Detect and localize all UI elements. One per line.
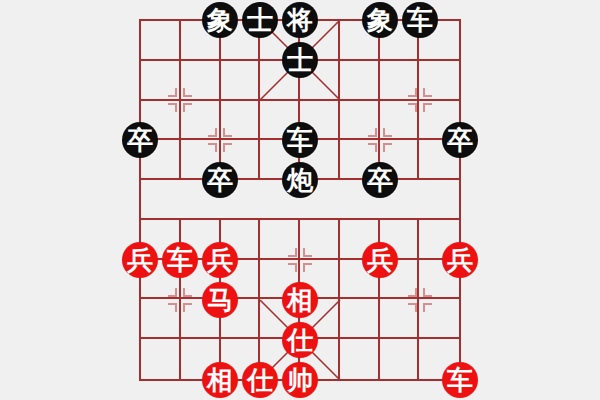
black-soldier-piece[interactable]: 卒: [202, 162, 238, 198]
piece-glyph: 将: [287, 7, 313, 33]
red-soldier-piece[interactable]: 兵: [122, 242, 158, 278]
piece-glyph: 车: [167, 247, 193, 273]
black-chariot-piece[interactable]: 车: [402, 2, 438, 38]
piece-glyph: 卒: [367, 167, 393, 193]
piece-glyph: 车: [287, 127, 313, 153]
red-chariot-piece[interactable]: 车: [442, 362, 478, 398]
piece-glyph: 马: [207, 287, 233, 313]
black-chariot-piece[interactable]: 车: [282, 122, 318, 158]
red-advisor-piece[interactable]: 仕: [282, 322, 318, 358]
piece-glyph: 车: [447, 367, 473, 393]
red-elephant-piece[interactable]: 相: [282, 282, 318, 318]
red-horse-piece[interactable]: 马: [202, 282, 238, 318]
black-soldier-piece[interactable]: 卒: [122, 122, 158, 158]
red-elephant-piece[interactable]: 相: [202, 362, 238, 398]
piece-glyph: 兵: [367, 247, 393, 273]
piece-glyph: 仕: [287, 327, 313, 353]
black-soldier-piece[interactable]: 卒: [442, 122, 478, 158]
pieces-layer: 象士将象车士卒车卒卒炮卒兵车兵兵兵马相仕相仕帅车: [140, 20, 460, 380]
black-advisor-piece[interactable]: 士: [242, 2, 278, 38]
piece-glyph: 兵: [207, 247, 233, 273]
black-elephant-piece[interactable]: 象: [362, 2, 398, 38]
piece-glyph: 兵: [127, 247, 153, 273]
piece-glyph: 卒: [127, 127, 153, 153]
xiangqi-screenshot: 象士将象车士卒车卒卒炮卒兵车兵兵兵马相仕相仕帅车: [0, 0, 600, 400]
black-elephant-piece[interactable]: 象: [202, 2, 238, 38]
piece-glyph: 相: [287, 287, 313, 313]
black-general-piece[interactable]: 将: [282, 2, 318, 38]
black-advisor-piece[interactable]: 士: [282, 42, 318, 78]
red-soldier-piece[interactable]: 兵: [442, 242, 478, 278]
black-soldier-piece[interactable]: 卒: [362, 162, 398, 198]
piece-glyph: 兵: [447, 247, 473, 273]
piece-glyph: 相: [207, 367, 233, 393]
piece-glyph: 象: [207, 7, 233, 33]
piece-glyph: 帅: [287, 367, 313, 393]
piece-glyph: 象: [367, 7, 393, 33]
piece-glyph: 炮: [287, 167, 313, 193]
red-general-piece[interactable]: 帅: [282, 362, 318, 398]
piece-glyph: 士: [247, 7, 273, 33]
red-soldier-piece[interactable]: 兵: [362, 242, 398, 278]
xiangqi-board: 象士将象车士卒车卒卒炮卒兵车兵兵兵马相仕相仕帅车: [140, 20, 460, 380]
red-advisor-piece[interactable]: 仕: [242, 362, 278, 398]
piece-glyph: 卒: [207, 167, 233, 193]
black-cannon-piece[interactable]: 炮: [282, 162, 318, 198]
piece-glyph: 车: [407, 7, 433, 33]
red-soldier-piece[interactable]: 兵: [202, 242, 238, 278]
piece-glyph: 士: [287, 47, 313, 73]
red-chariot-piece[interactable]: 车: [162, 242, 198, 278]
piece-glyph: 仕: [247, 367, 273, 393]
piece-glyph: 卒: [447, 127, 473, 153]
